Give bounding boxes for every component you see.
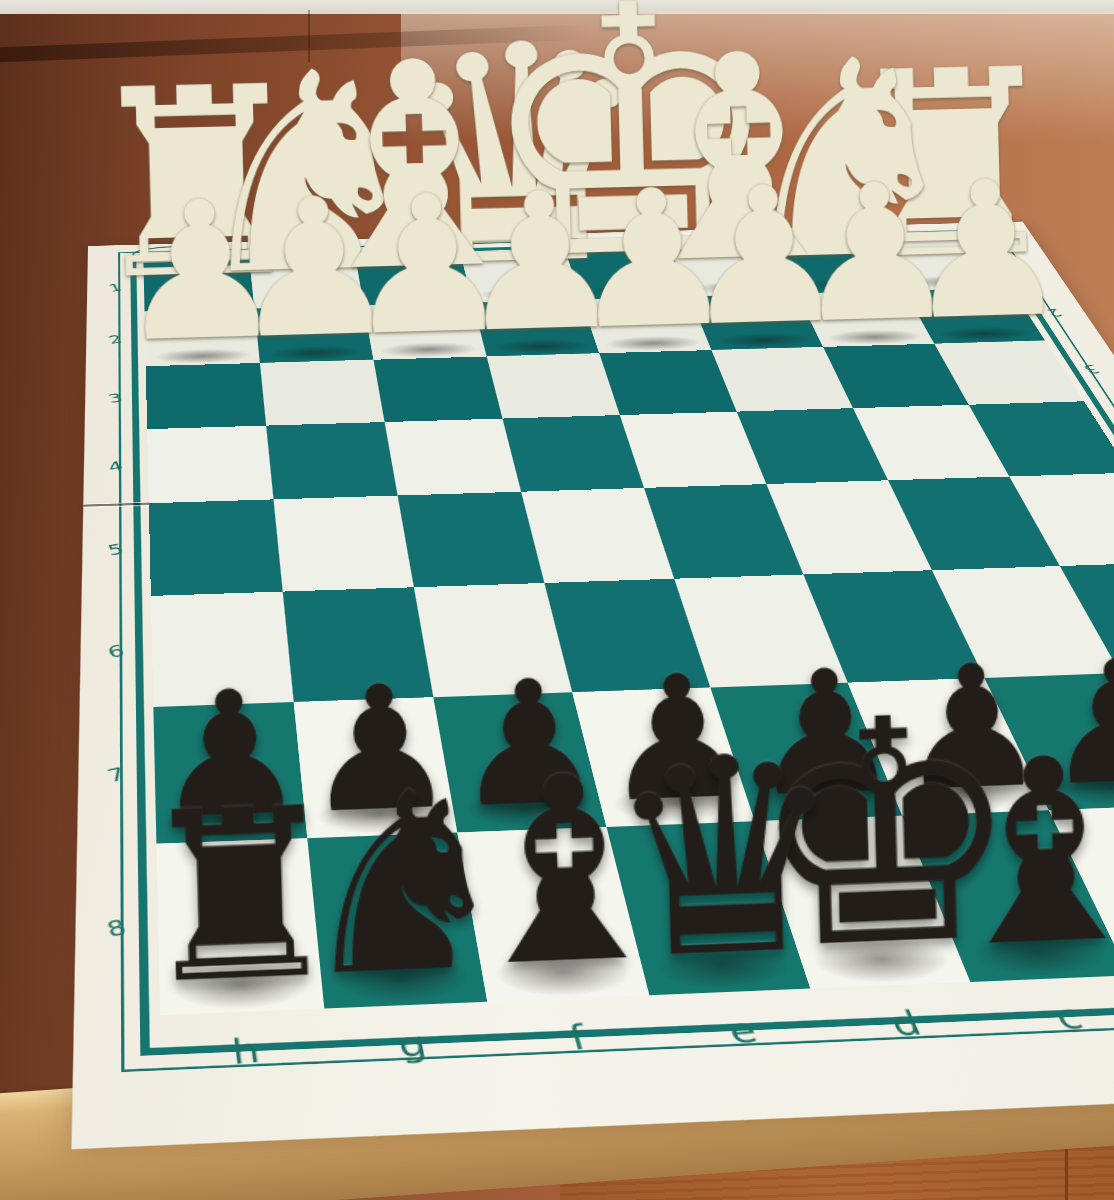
square-h3[interactable] bbox=[146, 363, 266, 429]
piece-black-rook-h8[interactable]: ♜ bbox=[131, 781, 347, 1011]
square-h5[interactable] bbox=[149, 499, 283, 596]
square-g5[interactable] bbox=[274, 496, 414, 592]
chess-photo-scene: obu ♜♞♝♛♚♝♞♜♟♟♟♟♟♟♟♟♟♟♟♟♟♟♟♟♜♞♝♛♚♝♞♜1234… bbox=[0, 0, 1114, 1200]
perspective-wrapper: obu ♜♞♝♛♚♝♞♜♟♟♟♟♟♟♟♟♟♟♟♟♟♟♟♟♜♞♝♛♚♝♞♜1234… bbox=[0, 0, 1114, 1200]
file-label-e: e bbox=[701, 1008, 783, 1052]
chess-board: obu ♜♞♝♛♚♝♞♜♟♟♟♟♟♟♟♟♟♟♟♟♟♟♟♟♜♞♝♛♚♝♞♜1234… bbox=[71, 222, 1114, 1150]
piece-black-queen-e8[interactable]: ♛ bbox=[602, 726, 849, 992]
piece-white-pawn-a2[interactable]: ♟ bbox=[901, 160, 1071, 342]
square-e8[interactable]: ♛ bbox=[607, 821, 811, 995]
square-a2[interactable]: ♟ bbox=[904, 288, 1045, 344]
square-h8[interactable]: ♜ bbox=[156, 838, 324, 1015]
square-h4[interactable] bbox=[147, 426, 273, 504]
file-label-h: h bbox=[208, 1029, 283, 1074]
